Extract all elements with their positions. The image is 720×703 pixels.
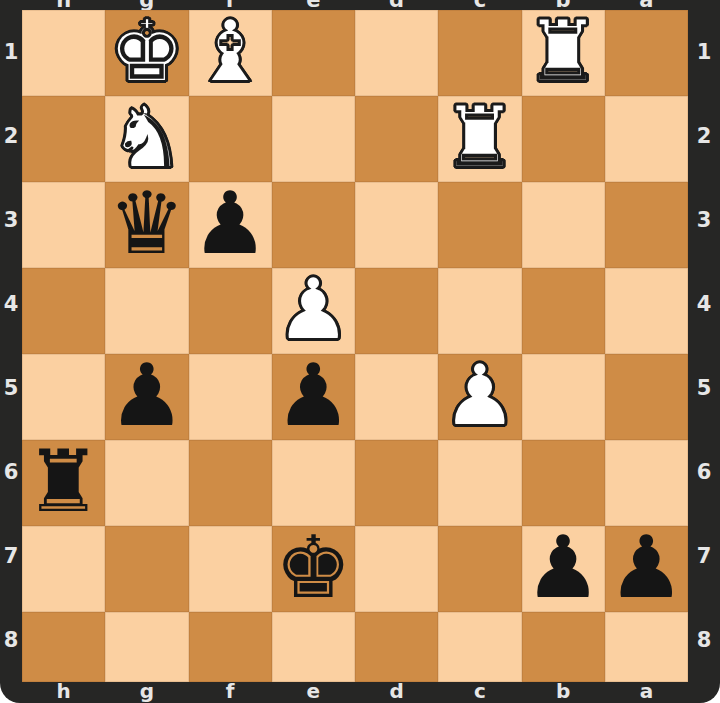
- square-c6[interactable]: [438, 440, 521, 526]
- square-g4[interactable]: [105, 268, 188, 354]
- black-pawn[interactable]: ♟: [275, 352, 352, 438]
- square-d5[interactable]: [355, 354, 438, 440]
- square-c2[interactable]: ♜: [438, 96, 521, 182]
- black-king[interactable]: ♚: [275, 524, 352, 610]
- square-b5[interactable]: [522, 354, 605, 440]
- rank-label-left-4: 4: [0, 262, 22, 346]
- black-pawn[interactable]: ♟: [608, 524, 685, 610]
- square-d8[interactable]: [355, 612, 438, 682]
- square-h6[interactable]: ♜: [22, 440, 105, 526]
- square-e2[interactable]: [272, 96, 355, 182]
- square-f8[interactable]: [189, 612, 272, 682]
- square-h5[interactable]: [22, 354, 105, 440]
- square-a8[interactable]: [605, 612, 688, 682]
- square-a6[interactable]: [605, 440, 688, 526]
- square-d2[interactable]: [355, 96, 438, 182]
- rank-label-left-5: 5: [0, 346, 22, 430]
- square-c3[interactable]: [438, 182, 521, 268]
- rank-label-left-8: 8: [0, 598, 22, 682]
- square-h4[interactable]: [22, 268, 105, 354]
- square-g1[interactable]: ♚: [105, 10, 188, 96]
- rank-label-right-5: 5: [688, 346, 720, 430]
- square-g7[interactable]: [105, 526, 188, 612]
- square-c5[interactable]: ♟: [438, 354, 521, 440]
- square-g8[interactable]: [105, 612, 188, 682]
- square-e4[interactable]: ♟: [272, 268, 355, 354]
- square-b2[interactable]: [522, 96, 605, 182]
- file-label-bottom-c: c: [438, 680, 521, 703]
- square-a1[interactable]: [605, 10, 688, 96]
- black-pawn[interactable]: ♟: [108, 352, 185, 438]
- rank-label-left-7: 7: [0, 514, 22, 598]
- white-pawn[interactable]: ♟: [441, 352, 518, 438]
- black-queen[interactable]: ♛: [108, 180, 185, 266]
- square-c4[interactable]: [438, 268, 521, 354]
- file-label-bottom-e: e: [272, 680, 355, 703]
- square-d3[interactable]: [355, 182, 438, 268]
- square-h3[interactable]: [22, 182, 105, 268]
- file-label-bottom-b: b: [522, 680, 605, 703]
- rank-labels-right: 12345678: [688, 10, 720, 682]
- white-bishop[interactable]: ♝: [192, 8, 269, 94]
- square-d4[interactable]: [355, 268, 438, 354]
- square-e1[interactable]: [272, 10, 355, 96]
- square-d1[interactable]: [355, 10, 438, 96]
- white-pawn[interactable]: ♟: [275, 266, 352, 352]
- white-king[interactable]: ♚: [108, 8, 185, 94]
- black-pawn[interactable]: ♟: [192, 180, 269, 266]
- file-label-bottom-f: f: [189, 680, 272, 703]
- rank-label-right-2: 2: [688, 94, 720, 178]
- black-pawn[interactable]: ♟: [525, 524, 602, 610]
- square-e6[interactable]: [272, 440, 355, 526]
- rank-label-right-6: 6: [688, 430, 720, 514]
- square-h8[interactable]: [22, 612, 105, 682]
- rank-label-left-1: 1: [0, 10, 22, 94]
- rank-label-right-7: 7: [688, 514, 720, 598]
- square-e7[interactable]: ♚: [272, 526, 355, 612]
- file-labels-bottom: hgfedcba: [22, 680, 688, 703]
- square-a2[interactable]: [605, 96, 688, 182]
- rank-label-right-1: 1: [688, 10, 720, 94]
- square-a7[interactable]: ♟: [605, 526, 688, 612]
- square-b7[interactable]: ♟: [522, 526, 605, 612]
- rank-labels-left: 12345678: [0, 10, 22, 682]
- rank-label-left-6: 6: [0, 430, 22, 514]
- square-b6[interactable]: [522, 440, 605, 526]
- square-d7[interactable]: [355, 526, 438, 612]
- square-f1[interactable]: ♝: [189, 10, 272, 96]
- square-g2[interactable]: ♞: [105, 96, 188, 182]
- chess-board: ♚♝♜♞♜♛♟♟♟♟♟♜♚♟♟: [22, 10, 688, 682]
- square-g6[interactable]: [105, 440, 188, 526]
- square-g5[interactable]: ♟: [105, 354, 188, 440]
- square-f7[interactable]: [189, 526, 272, 612]
- file-label-bottom-a: a: [605, 680, 688, 703]
- square-c1[interactable]: [438, 10, 521, 96]
- square-a3[interactable]: [605, 182, 688, 268]
- file-label-bottom-g: g: [105, 680, 188, 703]
- square-f4[interactable]: [189, 268, 272, 354]
- square-f3[interactable]: ♟: [189, 182, 272, 268]
- square-g3[interactable]: ♛: [105, 182, 188, 268]
- rank-label-left-3: 3: [0, 178, 22, 262]
- square-b4[interactable]: [522, 268, 605, 354]
- square-h1[interactable]: [22, 10, 105, 96]
- square-a4[interactable]: [605, 268, 688, 354]
- square-b1[interactable]: ♜: [522, 10, 605, 96]
- square-e3[interactable]: [272, 182, 355, 268]
- board-frame: hgfedcba 12345678 ♚♝♜♞♜♛♟♟♟♟♟♜♚♟♟ 123456…: [0, 0, 720, 703]
- square-f5[interactable]: [189, 354, 272, 440]
- square-h2[interactable]: [22, 96, 105, 182]
- black-rook[interactable]: ♜: [25, 438, 102, 524]
- rank-label-left-2: 2: [0, 94, 22, 178]
- square-d6[interactable]: [355, 440, 438, 526]
- square-b8[interactable]: [522, 612, 605, 682]
- white-knight[interactable]: ♞: [108, 94, 185, 180]
- square-h7[interactable]: [22, 526, 105, 612]
- white-rook[interactable]: ♜: [441, 94, 518, 180]
- square-f6[interactable]: [189, 440, 272, 526]
- file-label-bottom-d: d: [355, 680, 438, 703]
- file-label-bottom-h: h: [22, 680, 105, 703]
- square-f2[interactable]: [189, 96, 272, 182]
- rank-label-right-4: 4: [688, 262, 720, 346]
- rank-label-right-8: 8: [688, 598, 720, 682]
- white-rook[interactable]: ♜: [525, 8, 602, 94]
- rank-label-right-3: 3: [688, 178, 720, 262]
- chess-app: hgfedcba 12345678 ♚♝♜♞♜♛♟♟♟♟♟♜♚♟♟ 123456…: [0, 0, 720, 703]
- square-e5[interactable]: ♟: [272, 354, 355, 440]
- square-e8[interactable]: [272, 612, 355, 682]
- square-c7[interactable]: [438, 526, 521, 612]
- square-b3[interactable]: [522, 182, 605, 268]
- square-c8[interactable]: [438, 612, 521, 682]
- square-a5[interactable]: [605, 354, 688, 440]
